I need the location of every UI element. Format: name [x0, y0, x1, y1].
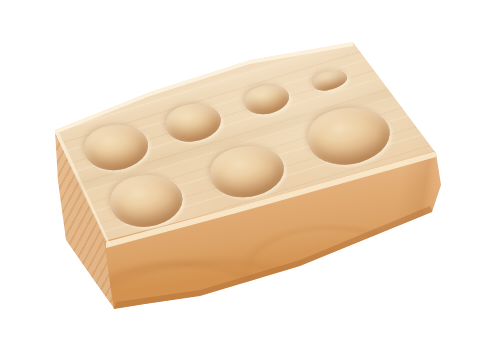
pit-back-4[interactable] — [308, 67, 351, 93]
product-photo-stage — [0, 0, 500, 350]
pit-back-2[interactable] — [157, 98, 229, 147]
pit-back-3[interactable] — [238, 80, 296, 118]
wooden-pit-board — [0, 0, 500, 350]
pit-back-1[interactable] — [74, 118, 158, 177]
